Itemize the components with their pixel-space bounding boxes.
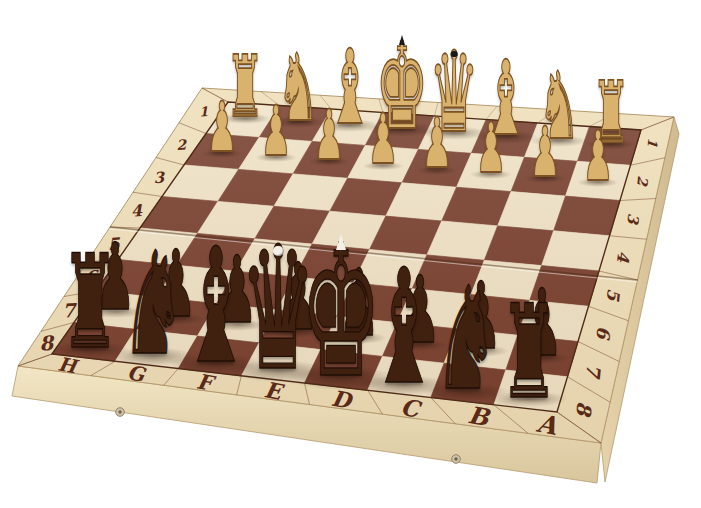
screw [116,408,125,417]
coord-left-1: 1 [199,104,209,120]
screw [452,455,461,464]
coord-right-1: 1 [645,137,661,148]
chess-board: HGFEDCBA1234567812345678 [0,0,701,508]
coord-left-4: 4 [130,201,143,221]
chess-set-photo: HGFEDCBA1234567812345678 ♜♞♝♚♛♝♞♜♟♟♟♟♟♟♟… [0,0,701,508]
